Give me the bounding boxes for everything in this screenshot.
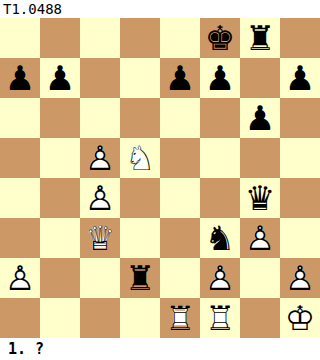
square-c2[interactable] (80, 258, 120, 298)
square-c7[interactable] (80, 58, 120, 98)
square-g6[interactable]: ♟ (240, 98, 280, 138)
black-pawn-piece[interactable]: ♟ (0, 58, 40, 98)
square-c5[interactable]: ♟♙ (80, 138, 120, 178)
white-knight-piece[interactable]: ♞♘ (120, 138, 160, 178)
square-f5[interactable] (200, 138, 240, 178)
square-b6[interactable] (40, 98, 80, 138)
square-h1[interactable]: ♚♔ (280, 298, 320, 338)
white-pawn-piece[interactable]: ♟♙ (240, 218, 280, 258)
square-h5[interactable] (280, 138, 320, 178)
square-h2[interactable]: ♟♙ (280, 258, 320, 298)
square-h6[interactable] (280, 98, 320, 138)
white-king-piece[interactable]: ♚♔ (280, 298, 320, 338)
black-king-piece[interactable]: ♚ (200, 18, 240, 58)
square-a8[interactable] (0, 18, 40, 58)
square-d2[interactable]: ♜ (120, 258, 160, 298)
black-pawn-piece[interactable]: ♟ (240, 98, 280, 138)
square-e3[interactable] (160, 218, 200, 258)
square-f2[interactable]: ♟♙ (200, 258, 240, 298)
square-b2[interactable] (40, 258, 80, 298)
square-a2[interactable]: ♟♙ (0, 258, 40, 298)
square-d3[interactable] (120, 218, 160, 258)
square-e4[interactable] (160, 178, 200, 218)
square-f4[interactable] (200, 178, 240, 218)
square-g1[interactable] (240, 298, 280, 338)
black-pawn-piece[interactable]: ♟ (40, 58, 80, 98)
chess-puzzle-screen: T1.0488 ♚♜♟♟♟♟♟♟♟♙♞♘♟♙♛♛♕♞♟♙♟♙♜♟♙♟♙♜♖♜♖♚… (0, 0, 320, 360)
white-rook-piece[interactable]: ♜♖ (200, 298, 240, 338)
square-e5[interactable] (160, 138, 200, 178)
square-h8[interactable] (280, 18, 320, 58)
square-h3[interactable] (280, 218, 320, 258)
footer-bar: 1. ? (0, 338, 320, 360)
square-g8[interactable]: ♜ (240, 18, 280, 58)
black-pawn-piece[interactable]: ♟ (160, 58, 200, 98)
square-e6[interactable] (160, 98, 200, 138)
square-f1[interactable]: ♜♖ (200, 298, 240, 338)
square-f7[interactable]: ♟ (200, 58, 240, 98)
square-a7[interactable]: ♟ (0, 58, 40, 98)
square-b3[interactable] (40, 218, 80, 258)
white-rook-piece[interactable]: ♜♖ (160, 298, 200, 338)
square-e1[interactable]: ♜♖ (160, 298, 200, 338)
black-knight-piece[interactable]: ♞ (200, 218, 240, 258)
square-c8[interactable] (80, 18, 120, 58)
white-pawn-piece[interactable]: ♟♙ (80, 138, 120, 178)
white-pawn-piece[interactable]: ♟♙ (0, 258, 40, 298)
black-rook-piece[interactable]: ♜ (240, 18, 280, 58)
square-e7[interactable]: ♟ (160, 58, 200, 98)
square-d1[interactable] (120, 298, 160, 338)
square-f3[interactable]: ♞ (200, 218, 240, 258)
white-pawn-piece[interactable]: ♟♙ (200, 258, 240, 298)
square-a1[interactable] (0, 298, 40, 338)
black-pawn-piece[interactable]: ♟ (200, 58, 240, 98)
square-g7[interactable] (240, 58, 280, 98)
square-b4[interactable] (40, 178, 80, 218)
move-prompt-label: 1. ? (8, 340, 44, 358)
chess-board: ♚♜♟♟♟♟♟♟♟♙♞♘♟♙♛♛♕♞♟♙♟♙♜♟♙♟♙♜♖♜♖♚♔ (0, 18, 320, 338)
square-f6[interactable] (200, 98, 240, 138)
square-a4[interactable] (0, 178, 40, 218)
square-c1[interactable] (80, 298, 120, 338)
white-queen-piece[interactable]: ♛♕ (80, 218, 120, 258)
header-bar: T1.0488 (0, 0, 320, 18)
square-d4[interactable] (120, 178, 160, 218)
square-e2[interactable] (160, 258, 200, 298)
square-a5[interactable] (0, 138, 40, 178)
white-pawn-piece[interactable]: ♟♙ (280, 258, 320, 298)
black-queen-piece[interactable]: ♛ (240, 178, 280, 218)
square-d7[interactable] (120, 58, 160, 98)
square-c4[interactable]: ♟♙ (80, 178, 120, 218)
square-a3[interactable] (0, 218, 40, 258)
square-g5[interactable] (240, 138, 280, 178)
square-b1[interactable] (40, 298, 80, 338)
black-pawn-piece[interactable]: ♟ (280, 58, 320, 98)
square-f8[interactable]: ♚ (200, 18, 240, 58)
square-d6[interactable] (120, 98, 160, 138)
square-h7[interactable]: ♟ (280, 58, 320, 98)
square-e8[interactable] (160, 18, 200, 58)
square-g2[interactable] (240, 258, 280, 298)
square-b8[interactable] (40, 18, 80, 58)
square-a6[interactable] (0, 98, 40, 138)
square-b7[interactable]: ♟ (40, 58, 80, 98)
square-h4[interactable] (280, 178, 320, 218)
black-rook-piece[interactable]: ♜ (120, 258, 160, 298)
square-g3[interactable]: ♟♙ (240, 218, 280, 258)
white-pawn-piece[interactable]: ♟♙ (80, 178, 120, 218)
square-c6[interactable] (80, 98, 120, 138)
square-d8[interactable] (120, 18, 160, 58)
square-g4[interactable]: ♛ (240, 178, 280, 218)
square-d5[interactable]: ♞♘ (120, 138, 160, 178)
square-b5[interactable] (40, 138, 80, 178)
square-c3[interactable]: ♛♕ (80, 218, 120, 258)
puzzle-id-label: T1.0488 (3, 1, 62, 17)
